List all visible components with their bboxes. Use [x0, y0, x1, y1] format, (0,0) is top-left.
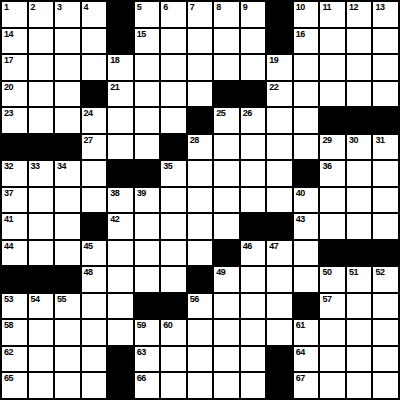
grid-cell[interactable] [347, 29, 372, 54]
grid-cell[interactable] [347, 214, 372, 239]
grid-cell[interactable] [347, 188, 372, 213]
grid-cell[interactable]: 15 [135, 29, 160, 54]
grid-cell[interactable] [294, 55, 319, 80]
clue-number: 40 [296, 188, 305, 198]
grid-cell[interactable] [214, 55, 239, 80]
grid-cell[interactable] [108, 108, 133, 133]
black-cell [241, 82, 266, 107]
black-cell [347, 108, 372, 133]
clue-number: 8 [216, 2, 221, 12]
grid-cell[interactable] [214, 135, 239, 160]
grid-cell[interactable] [373, 320, 398, 345]
grid-cell[interactable] [347, 82, 372, 107]
grid-cell[interactable] [161, 108, 186, 133]
clue-number: 29 [322, 135, 331, 145]
grid-cell[interactable]: 43 [294, 214, 319, 239]
grid-cell[interactable] [320, 55, 345, 80]
grid-cell[interactable] [55, 82, 80, 107]
clue-number: 17 [4, 55, 13, 65]
clue-number: 15 [137, 29, 146, 39]
grid-cell[interactable]: 37 [2, 188, 27, 213]
grid-cell[interactable] [267, 108, 292, 133]
grid-cell[interactable] [135, 241, 160, 266]
clue-number: 32 [4, 161, 13, 171]
grid-cell[interactable] [241, 294, 266, 319]
clue-number: 52 [375, 267, 384, 277]
grid-cell[interactable] [108, 294, 133, 319]
grid-cell[interactable] [241, 320, 266, 345]
grid-cell[interactable] [347, 55, 372, 80]
grid-cell[interactable] [161, 29, 186, 54]
grid-cell[interactable] [161, 241, 186, 266]
clue-number: 23 [4, 108, 13, 118]
grid-cell[interactable] [373, 214, 398, 239]
grid-cell[interactable]: 14 [2, 29, 27, 54]
clue-number: 35 [163, 161, 172, 171]
grid-cell[interactable] [241, 135, 266, 160]
grid-cell[interactable] [161, 82, 186, 107]
grid-cell[interactable] [55, 188, 80, 213]
clue-number: 45 [84, 241, 93, 251]
grid-cell[interactable]: 48 [82, 267, 107, 292]
clue-number: 11 [322, 2, 331, 12]
grid-cell[interactable]: 8 [214, 2, 239, 27]
grid-cell[interactable]: 47 [267, 241, 292, 266]
grid-cell[interactable]: 39 [135, 188, 160, 213]
grid-cell[interactable]: 49 [214, 267, 239, 292]
grid-cell[interactable] [241, 55, 266, 80]
grid-cell[interactable] [135, 135, 160, 160]
grid-cell[interactable] [29, 29, 54, 54]
clue-number: 18 [110, 55, 119, 65]
grid-cell[interactable]: 33 [29, 161, 54, 186]
grid-cell[interactable]: 42 [108, 214, 133, 239]
grid-cell[interactable]: 64 [294, 347, 319, 372]
clue-number: 63 [137, 347, 146, 357]
grid-cell[interactable]: 18 [108, 55, 133, 80]
grid-cell[interactable] [373, 373, 398, 398]
grid-cell[interactable] [347, 161, 372, 186]
grid-cell[interactable]: 29 [320, 135, 345, 160]
grid-cell[interactable] [241, 29, 266, 54]
clue-number: 34 [57, 161, 66, 171]
grid-cell[interactable] [347, 347, 372, 372]
clue-number: 1 [4, 2, 9, 12]
black-cell [29, 135, 54, 160]
grid-cell[interactable] [135, 267, 160, 292]
grid-cell[interactable]: 28 [188, 135, 213, 160]
grid-cell[interactable] [214, 373, 239, 398]
grid-cell[interactable] [267, 135, 292, 160]
grid-cell[interactable] [267, 188, 292, 213]
grid-cell[interactable] [29, 241, 54, 266]
grid-cell[interactable] [294, 241, 319, 266]
grid-cell[interactable] [55, 347, 80, 372]
grid-cell[interactable] [135, 82, 160, 107]
grid-cell[interactable] [55, 29, 80, 54]
grid-cell[interactable] [214, 161, 239, 186]
clue-number: 9 [243, 2, 248, 12]
grid-cell[interactable]: 56 [188, 294, 213, 319]
clue-number: 67 [296, 373, 305, 383]
grid-cell[interactable] [373, 188, 398, 213]
grid-cell[interactable] [214, 188, 239, 213]
grid-cell[interactable] [161, 188, 186, 213]
grid-cell[interactable]: 7 [188, 2, 213, 27]
grid-cell[interactable]: 57 [320, 294, 345, 319]
black-cell [320, 241, 345, 266]
clue-number: 59 [137, 320, 146, 330]
grid-cell[interactable] [188, 320, 213, 345]
grid-cell[interactable] [267, 320, 292, 345]
grid-cell[interactable]: 50 [320, 267, 345, 292]
grid-cell[interactable]: 20 [2, 82, 27, 107]
black-cell [55, 135, 80, 160]
black-cell [214, 82, 239, 107]
black-cell [108, 161, 133, 186]
clue-number: 51 [349, 267, 358, 277]
grid-cell[interactable] [188, 55, 213, 80]
grid-cell[interactable]: 25 [214, 108, 239, 133]
clue-number: 65 [4, 373, 13, 383]
grid-cell[interactable]: 31 [373, 135, 398, 160]
black-cell [188, 108, 213, 133]
grid-cell[interactable] [55, 320, 80, 345]
clue-number: 47 [269, 241, 278, 251]
grid-cell[interactable] [82, 55, 107, 80]
clue-number: 53 [4, 294, 13, 304]
black-cell [82, 82, 107, 107]
grid-cell[interactable] [267, 267, 292, 292]
grid-cell[interactable]: 26 [241, 108, 266, 133]
grid-cell[interactable]: 23 [2, 108, 27, 133]
black-cell [108, 29, 133, 54]
black-cell [267, 214, 292, 239]
grid-cell[interactable]: 34 [55, 161, 80, 186]
grid-cell[interactable]: 63 [135, 347, 160, 372]
clue-number: 57 [322, 294, 331, 304]
grid-cell[interactable] [188, 241, 213, 266]
grid-cell[interactable] [294, 108, 319, 133]
black-cell [161, 294, 186, 319]
clue-number: 44 [4, 241, 13, 251]
grid-cell[interactable] [29, 82, 54, 107]
clue-number: 25 [216, 108, 225, 118]
grid-cell[interactable] [188, 188, 213, 213]
black-cell [347, 241, 372, 266]
grid-cell[interactable] [82, 347, 107, 372]
black-cell [373, 108, 398, 133]
grid-cell[interactable] [241, 267, 266, 292]
clue-number: 60 [163, 320, 172, 330]
grid-cell[interactable]: 12 [347, 2, 372, 27]
grid-cell[interactable]: 55 [55, 294, 80, 319]
grid-cell[interactable] [188, 214, 213, 239]
grid-cell[interactable]: 52 [373, 267, 398, 292]
black-cell [108, 373, 133, 398]
grid-cell[interactable] [320, 373, 345, 398]
grid-cell[interactable] [29, 108, 54, 133]
grid-cell[interactable]: 62 [2, 347, 27, 372]
grid-cell[interactable] [320, 188, 345, 213]
clue-number: 16 [296, 29, 305, 39]
grid-cell[interactable]: 10 [294, 2, 319, 27]
grid-cell[interactable]: 17 [2, 55, 27, 80]
grid-cell[interactable] [188, 161, 213, 186]
clue-number: 7 [190, 2, 195, 12]
grid-cell[interactable]: 38 [108, 188, 133, 213]
grid-cell[interactable] [188, 82, 213, 107]
clue-number: 4 [84, 2, 89, 12]
grid-cell[interactable]: 30 [347, 135, 372, 160]
grid-cell[interactable] [373, 347, 398, 372]
grid-cell[interactable] [320, 82, 345, 107]
grid-cell[interactable] [82, 161, 107, 186]
grid-cell[interactable]: 36 [320, 161, 345, 186]
black-cell [214, 241, 239, 266]
clue-number: 33 [31, 161, 40, 171]
grid-cell[interactable] [108, 320, 133, 345]
grid-cell[interactable]: 61 [294, 320, 319, 345]
grid-cell[interactable] [214, 29, 239, 54]
grid-cell[interactable] [214, 294, 239, 319]
clue-number: 64 [296, 347, 305, 357]
grid-cell[interactable] [294, 267, 319, 292]
clue-number: 10 [296, 2, 305, 12]
grid-cell[interactable] [320, 347, 345, 372]
grid-cell[interactable] [373, 161, 398, 186]
black-cell [267, 29, 292, 54]
clue-number: 42 [110, 214, 119, 224]
grid-cell[interactable]: 66 [135, 373, 160, 398]
grid-cell[interactable] [135, 108, 160, 133]
grid-cell[interactable]: 11 [320, 2, 345, 27]
black-cell [29, 267, 54, 292]
grid-cell[interactable]: 51 [347, 267, 372, 292]
black-cell [55, 267, 80, 292]
grid-cell[interactable] [161, 267, 186, 292]
grid-cell[interactable] [135, 55, 160, 80]
grid-cell[interactable]: 2 [29, 2, 54, 27]
grid-cell[interactable]: 4 [82, 2, 107, 27]
clue-number: 24 [84, 108, 93, 118]
grid-cell[interactable]: 40 [294, 188, 319, 213]
grid-cell[interactable] [161, 373, 186, 398]
clue-number: 56 [190, 294, 199, 304]
clue-number: 36 [322, 161, 331, 171]
clue-number: 31 [375, 135, 384, 145]
clue-number: 28 [190, 135, 199, 145]
grid-cell[interactable] [241, 188, 266, 213]
clue-number: 50 [322, 267, 331, 277]
black-cell [294, 294, 319, 319]
grid-cell[interactable]: 3 [55, 2, 80, 27]
grid-cell[interactable]: 59 [135, 320, 160, 345]
grid-cell[interactable]: 27 [82, 135, 107, 160]
grid-cell[interactable]: 67 [294, 373, 319, 398]
grid-cell[interactable] [241, 373, 266, 398]
black-cell [2, 135, 27, 160]
grid-cell[interactable] [55, 373, 80, 398]
clue-number: 62 [4, 347, 13, 357]
clue-number: 21 [110, 82, 119, 92]
grid-cell[interactable]: 41 [2, 214, 27, 239]
clue-number: 14 [4, 29, 13, 39]
clue-number: 2 [31, 2, 36, 12]
grid-cell[interactable]: 65 [2, 373, 27, 398]
grid-cell[interactable] [82, 373, 107, 398]
clue-number: 39 [137, 188, 146, 198]
grid-cell[interactable] [55, 108, 80, 133]
grid-cell[interactable] [320, 214, 345, 239]
clue-number: 37 [4, 188, 13, 198]
grid-cell[interactable] [29, 373, 54, 398]
clue-number: 61 [296, 320, 305, 330]
black-cell [82, 214, 107, 239]
grid-cell[interactable] [214, 320, 239, 345]
grid-cell[interactable] [320, 320, 345, 345]
grid-cell[interactable]: 45 [82, 241, 107, 266]
grid-cell[interactable]: 6 [161, 2, 186, 27]
grid-cell[interactable] [161, 214, 186, 239]
grid-cell[interactable] [373, 29, 398, 54]
grid-cell[interactable] [188, 29, 213, 54]
grid-cell[interactable] [82, 29, 107, 54]
black-cell [135, 294, 160, 319]
grid-cell[interactable]: 58 [2, 320, 27, 345]
clue-number: 26 [243, 108, 252, 118]
clue-number: 55 [57, 294, 66, 304]
clue-number: 13 [375, 2, 384, 12]
grid-cell[interactable] [82, 294, 107, 319]
clue-number: 19 [269, 55, 278, 65]
grid-cell[interactable] [55, 214, 80, 239]
black-cell [294, 161, 319, 186]
clue-number: 22 [269, 82, 278, 92]
grid-cell[interactable] [29, 320, 54, 345]
grid-cell[interactable] [161, 347, 186, 372]
grid-cell[interactable]: 9 [241, 2, 266, 27]
grid-cell[interactable]: 44 [2, 241, 27, 266]
black-cell [108, 347, 133, 372]
clue-number: 3 [57, 2, 62, 12]
black-cell [241, 214, 266, 239]
grid-cell[interactable] [241, 161, 266, 186]
grid-cell[interactable] [82, 188, 107, 213]
grid-cell[interactable]: 35 [161, 161, 186, 186]
grid-cell[interactable]: 46 [241, 241, 266, 266]
black-cell [108, 2, 133, 27]
grid-cell[interactable] [161, 55, 186, 80]
grid-cell[interactable] [29, 347, 54, 372]
grid-cell[interactable] [294, 82, 319, 107]
grid-cell[interactable] [373, 55, 398, 80]
clue-number: 54 [31, 294, 40, 304]
grid-cell[interactable]: 5 [135, 2, 160, 27]
grid-cell[interactable] [347, 294, 372, 319]
clue-number: 30 [349, 135, 358, 145]
clue-number: 5 [137, 2, 142, 12]
grid-cell[interactable] [82, 320, 107, 345]
grid-cell[interactable] [347, 320, 372, 345]
grid-cell[interactable] [214, 214, 239, 239]
grid-cell[interactable] [267, 294, 292, 319]
grid-cell[interactable] [267, 161, 292, 186]
grid-cell[interactable] [135, 214, 160, 239]
grid-cell[interactable]: 22 [267, 82, 292, 107]
clue-number: 48 [84, 267, 93, 277]
grid-cell[interactable]: 53 [2, 294, 27, 319]
clue-number: 6 [163, 2, 168, 12]
black-cell [135, 161, 160, 186]
grid-cell[interactable] [373, 294, 398, 319]
black-cell [320, 108, 345, 133]
clue-number: 43 [296, 214, 305, 224]
clue-number: 49 [216, 267, 225, 277]
grid-cell[interactable]: 60 [161, 320, 186, 345]
grid-cell[interactable] [108, 135, 133, 160]
grid-cell[interactable] [241, 347, 266, 372]
grid-cell[interactable] [188, 347, 213, 372]
clue-number: 46 [243, 241, 252, 251]
clue-number: 41 [4, 214, 13, 224]
grid-cell[interactable] [320, 29, 345, 54]
grid-cell[interactable]: 19 [267, 55, 292, 80]
clue-number: 38 [110, 188, 119, 198]
clue-number: 20 [4, 82, 13, 92]
grid-cell[interactable] [55, 55, 80, 80]
grid-cell[interactable] [294, 135, 319, 160]
clue-number: 66 [137, 373, 146, 383]
grid-cell[interactable]: 21 [108, 82, 133, 107]
black-cell [373, 241, 398, 266]
grid-cell[interactable] [108, 267, 133, 292]
grid-cell[interactable] [347, 373, 372, 398]
grid-cell[interactable]: 13 [373, 2, 398, 27]
crossword-grid: 1234567891011121314151617181920212223242… [0, 0, 400, 400]
clue-number: 58 [4, 320, 13, 330]
grid-cell[interactable]: 1 [2, 2, 27, 27]
black-cell [188, 267, 213, 292]
grid-cell[interactable] [214, 347, 239, 372]
grid-cell[interactable]: 54 [29, 294, 54, 319]
grid-cell[interactable]: 32 [2, 161, 27, 186]
grid-cell[interactable] [29, 188, 54, 213]
grid-cell[interactable] [108, 241, 133, 266]
grid-cell[interactable] [55, 241, 80, 266]
clue-number: 27 [84, 135, 93, 145]
grid-cell[interactable]: 24 [82, 108, 107, 133]
black-cell [267, 347, 292, 372]
black-cell [161, 135, 186, 160]
clue-number: 12 [349, 2, 358, 12]
black-cell [267, 373, 292, 398]
grid-cell[interactable] [373, 82, 398, 107]
black-cell [267, 2, 292, 27]
black-cell [2, 267, 27, 292]
grid-cell[interactable]: 16 [294, 29, 319, 54]
grid-cell[interactable] [188, 373, 213, 398]
grid-cell[interactable] [29, 214, 54, 239]
grid-cell[interactable] [29, 55, 54, 80]
